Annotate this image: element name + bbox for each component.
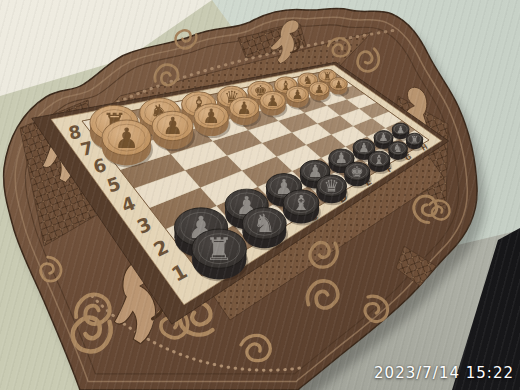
piece-dark-rook-h1: ♜ xyxy=(406,133,424,151)
piece-light-pawn-f7: ♟ xyxy=(286,86,310,109)
piece-dark-bishop-c1: ♝ xyxy=(283,190,321,226)
svg-text:♝: ♝ xyxy=(373,152,384,167)
svg-text:♜: ♜ xyxy=(410,134,419,145)
svg-text:♜: ♜ xyxy=(205,231,233,267)
svg-text:♟: ♟ xyxy=(292,87,304,102)
piece-dark-rook-a1: ♜ xyxy=(192,229,248,281)
svg-text:♟: ♟ xyxy=(358,140,369,155)
svg-text:♜: ♜ xyxy=(323,70,332,82)
svg-text:♞: ♞ xyxy=(253,209,276,238)
carved-wooden-chessboard: ABCDEFGH12345678♜♞♟♝♟♚♟♛♟♝♟♞♟♜♟♟♟♟♜♟♞♟♝♟… xyxy=(0,0,520,390)
piece-light-pawn-c7: ♟ xyxy=(194,104,230,138)
svg-text:♞: ♞ xyxy=(393,142,403,155)
svg-text:♛: ♛ xyxy=(324,176,340,196)
piece-dark-knight-g1: ♞ xyxy=(388,142,409,162)
svg-text:♟: ♟ xyxy=(266,92,279,109)
piece-dark-king-e1: ♚ xyxy=(344,162,371,188)
photo-carved-chessboard-scene: ABCDEFGH12345678♜♞♟♝♟♚♟♛♟♝♟♞♟♜♟♟♟♟♜♟♞♟♝♟… xyxy=(0,0,520,390)
svg-text:♝: ♝ xyxy=(292,191,311,215)
piece-dark-knight-b1: ♞ xyxy=(242,208,288,251)
svg-text:♟: ♟ xyxy=(237,98,252,118)
piece-light-pawn-a7: ♟ xyxy=(102,120,153,167)
svg-text:♟: ♟ xyxy=(396,124,405,135)
piece-dark-queen-d1: ♛ xyxy=(316,175,348,205)
piece-light-pawn-h7: ♟ xyxy=(330,78,349,97)
svg-text:♟: ♟ xyxy=(162,112,183,140)
svg-text:♟: ♟ xyxy=(334,79,343,90)
piece-light-pawn-b7: ♟ xyxy=(152,111,195,151)
piece-dark-bishop-f1: ♝ xyxy=(368,151,392,174)
camera-timestamp: 2023/7/14 15:22 xyxy=(374,364,514,382)
svg-text:♟: ♟ xyxy=(202,105,220,128)
svg-text:♚: ♚ xyxy=(351,163,364,180)
piece-light-pawn-e7: ♟ xyxy=(260,91,287,117)
svg-text:♟: ♟ xyxy=(114,122,139,155)
svg-text:♟: ♟ xyxy=(314,82,324,96)
svg-text:♟: ♟ xyxy=(335,149,348,166)
svg-text:♟: ♟ xyxy=(379,131,389,144)
piece-light-pawn-g7: ♟ xyxy=(309,82,331,103)
piece-light-pawn-d7: ♟ xyxy=(229,97,260,127)
